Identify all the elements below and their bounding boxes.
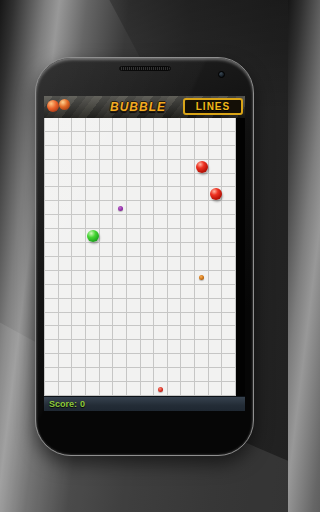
board-cell[interactable] (168, 118, 182, 132)
board-cell[interactable] (181, 313, 195, 327)
board-cell[interactable] (222, 368, 236, 382)
board-cell[interactable] (100, 299, 114, 313)
board-cell[interactable] (72, 174, 86, 188)
board-cell[interactable] (154, 299, 168, 313)
board-cell[interactable] (59, 174, 73, 188)
board-cell[interactable] (127, 340, 141, 354)
board-cell[interactable] (113, 299, 127, 313)
board-cell[interactable] (168, 313, 182, 327)
board-cell[interactable] (113, 229, 127, 243)
board-cell[interactable] (59, 160, 73, 174)
game-board[interactable] (44, 118, 236, 396)
red-ball-large[interactable] (196, 161, 208, 173)
board-cell[interactable] (45, 313, 59, 327)
board-cell[interactable] (141, 132, 155, 146)
board-cell[interactable] (113, 354, 127, 368)
board-cell[interactable] (86, 326, 100, 340)
board-cell[interactable] (72, 243, 86, 257)
board-cell[interactable] (72, 382, 86, 396)
board-cell[interactable] (86, 187, 100, 201)
board-cell[interactable] (72, 368, 86, 382)
board-cell[interactable] (127, 174, 141, 188)
board-cell[interactable] (72, 340, 86, 354)
board-cell[interactable] (222, 299, 236, 313)
board-cell[interactable] (141, 160, 155, 174)
board-cell[interactable] (127, 368, 141, 382)
board-cell[interactable] (181, 326, 195, 340)
board-cell[interactable] (59, 132, 73, 146)
board-cell[interactable] (195, 368, 209, 382)
board-cell[interactable] (86, 271, 100, 285)
board-cell[interactable] (168, 174, 182, 188)
board-cell[interactable] (113, 215, 127, 229)
board-cell[interactable] (141, 215, 155, 229)
board-cell[interactable] (181, 132, 195, 146)
board-cell[interactable] (127, 326, 141, 340)
board-cell[interactable] (72, 118, 86, 132)
board-cell[interactable] (72, 299, 86, 313)
board-cell[interactable] (181, 368, 195, 382)
board-cell[interactable] (209, 271, 223, 285)
board-cell[interactable] (100, 257, 114, 271)
board-cell[interactable] (100, 201, 114, 215)
board-cell[interactable] (168, 299, 182, 313)
board-cell[interactable] (100, 174, 114, 188)
board-cell[interactable] (195, 271, 209, 285)
board-cell[interactable] (181, 118, 195, 132)
board-cell[interactable] (195, 299, 209, 313)
red-ball-small[interactable] (158, 387, 163, 392)
score-bar: Score:0 (44, 396, 245, 411)
board-cell[interactable] (45, 340, 59, 354)
board-cell[interactable] (154, 146, 168, 160)
board-cell[interactable] (154, 313, 168, 327)
board-cell[interactable] (154, 271, 168, 285)
board-cell[interactable] (113, 132, 127, 146)
board-cell[interactable] (100, 326, 114, 340)
board-cell[interactable] (113, 243, 127, 257)
board-cell[interactable] (127, 215, 141, 229)
board-cell[interactable] (59, 285, 73, 299)
board-cell[interactable] (209, 285, 223, 299)
board-cell[interactable] (181, 243, 195, 257)
board-cell[interactable] (72, 160, 86, 174)
board-cell[interactable] (168, 215, 182, 229)
board-cell[interactable] (113, 118, 127, 132)
board-cell[interactable] (45, 215, 59, 229)
board-cell[interactable] (195, 132, 209, 146)
board-cell[interactable] (45, 299, 59, 313)
board-cell[interactable] (222, 160, 236, 174)
board-cell[interactable] (141, 243, 155, 257)
board-cell[interactable] (181, 215, 195, 229)
board-cell[interactable] (141, 285, 155, 299)
board-cell[interactable] (222, 229, 236, 243)
board-cell[interactable] (127, 313, 141, 327)
board-cell[interactable] (222, 243, 236, 257)
board-cell[interactable] (86, 257, 100, 271)
board-cell[interactable] (168, 326, 182, 340)
board-cell[interactable] (72, 132, 86, 146)
board-cell[interactable] (59, 326, 73, 340)
board-cell[interactable] (209, 313, 223, 327)
board-cell[interactable] (45, 243, 59, 257)
board-cell[interactable] (154, 174, 168, 188)
board-cell[interactable] (72, 313, 86, 327)
board-cell[interactable] (168, 382, 182, 396)
board-cell[interactable] (45, 368, 59, 382)
board-cell[interactable] (141, 174, 155, 188)
board-cell[interactable] (154, 201, 168, 215)
board-cell[interactable] (141, 326, 155, 340)
board-cell[interactable] (154, 257, 168, 271)
board-cell[interactable] (127, 118, 141, 132)
board-cell[interactable] (168, 187, 182, 201)
board-cell[interactable] (168, 243, 182, 257)
board-cell[interactable] (195, 326, 209, 340)
board-cell[interactable] (86, 201, 100, 215)
board-cell[interactable] (168, 132, 182, 146)
board-cell[interactable] (222, 174, 236, 188)
board-cell[interactable] (100, 313, 114, 327)
board-cell[interactable] (154, 326, 168, 340)
board-cell[interactable] (45, 174, 59, 188)
board-cell[interactable] (222, 354, 236, 368)
board-cell[interactable] (181, 271, 195, 285)
red-ball-large[interactable] (210, 188, 222, 200)
board-cell[interactable] (72, 354, 86, 368)
board-cell[interactable] (113, 201, 127, 215)
board-cell[interactable] (181, 285, 195, 299)
board-cell[interactable] (45, 146, 59, 160)
board-cell[interactable] (113, 271, 127, 285)
board-cell[interactable] (154, 354, 168, 368)
board-cell[interactable] (86, 118, 100, 132)
board-cell[interactable] (222, 215, 236, 229)
board-cell[interactable] (100, 229, 114, 243)
board-cell[interactable] (127, 354, 141, 368)
board-cell[interactable] (222, 326, 236, 340)
board-cell[interactable] (100, 368, 114, 382)
board-cell[interactable] (141, 201, 155, 215)
board-cell[interactable] (45, 285, 59, 299)
board-cell[interactable] (181, 354, 195, 368)
board-cell[interactable] (195, 229, 209, 243)
board-cell[interactable] (127, 146, 141, 160)
board-cell[interactable] (127, 382, 141, 396)
board-cell[interactable] (181, 174, 195, 188)
board-cell[interactable] (86, 243, 100, 257)
board-cell[interactable] (154, 340, 168, 354)
board-cell[interactable] (100, 382, 114, 396)
board-cell[interactable] (181, 229, 195, 243)
board-cell[interactable] (168, 285, 182, 299)
board-cell[interactable] (181, 257, 195, 271)
board-cell[interactable] (59, 313, 73, 327)
board-cell[interactable] (209, 174, 223, 188)
board-cell[interactable] (209, 299, 223, 313)
board-cell[interactable] (141, 368, 155, 382)
board-cell[interactable] (195, 354, 209, 368)
board-cell[interactable] (127, 201, 141, 215)
board-cell[interactable] (113, 174, 127, 188)
board-cell[interactable] (209, 160, 223, 174)
board-cell[interactable] (100, 340, 114, 354)
board-cell[interactable] (100, 271, 114, 285)
board-cell[interactable] (72, 229, 86, 243)
board-cell[interactable] (141, 340, 155, 354)
board-cell[interactable] (222, 118, 236, 132)
board-cell[interactable] (209, 354, 223, 368)
board-cell[interactable] (72, 257, 86, 271)
board-cell[interactable] (45, 201, 59, 215)
board-cell[interactable] (141, 229, 155, 243)
board-cell[interactable] (154, 285, 168, 299)
board-cell[interactable] (209, 326, 223, 340)
board-cell[interactable] (222, 132, 236, 146)
board-cell[interactable] (59, 146, 73, 160)
board-cell[interactable] (154, 215, 168, 229)
board-cell[interactable] (127, 299, 141, 313)
board-cell[interactable] (209, 187, 223, 201)
board-cell[interactable] (72, 285, 86, 299)
board-cell[interactable] (209, 215, 223, 229)
board-cell[interactable] (141, 146, 155, 160)
board-cell[interactable] (100, 285, 114, 299)
board-cell[interactable] (45, 160, 59, 174)
board-cell[interactable] (127, 229, 141, 243)
board-cell[interactable] (86, 285, 100, 299)
phone-frame: BUBBLE LINES Score:0 (35, 57, 254, 456)
title-lines: LINES (196, 101, 230, 112)
board-cell[interactable] (168, 257, 182, 271)
speaker-grille-icon (119, 66, 171, 71)
board-cell[interactable] (141, 257, 155, 271)
board-cell[interactable] (181, 160, 195, 174)
board-cell[interactable] (195, 215, 209, 229)
board-cell[interactable] (45, 229, 59, 243)
board-cell[interactable] (113, 146, 127, 160)
board-cell[interactable] (209, 243, 223, 257)
board-cell[interactable] (168, 340, 182, 354)
board-cell[interactable] (195, 160, 209, 174)
board-cell[interactable] (59, 382, 73, 396)
board-cell[interactable] (127, 271, 141, 285)
board-cell[interactable] (113, 368, 127, 382)
board-cell[interactable] (59, 368, 73, 382)
board-cell[interactable] (181, 201, 195, 215)
board-cell[interactable] (195, 146, 209, 160)
board-cell[interactable] (154, 132, 168, 146)
board-cell[interactable] (113, 340, 127, 354)
score-text: Score:0 (44, 399, 85, 409)
board-cell[interactable] (127, 187, 141, 201)
logo-bubble-icon (59, 99, 70, 110)
board-cell[interactable] (195, 257, 209, 271)
board-cell[interactable] (86, 368, 100, 382)
board-cell[interactable] (154, 160, 168, 174)
board-cell[interactable] (209, 382, 223, 396)
board-cell[interactable] (195, 243, 209, 257)
board-cell[interactable] (181, 340, 195, 354)
board-cell[interactable] (100, 215, 114, 229)
board-cell[interactable] (86, 146, 100, 160)
board-cell[interactable] (113, 187, 127, 201)
board-cell[interactable] (127, 132, 141, 146)
board-cell[interactable] (45, 187, 59, 201)
board-cell[interactable] (209, 146, 223, 160)
board-cell[interactable] (72, 215, 86, 229)
board-cell[interactable] (209, 118, 223, 132)
board-cell[interactable] (222, 382, 236, 396)
board-cell[interactable] (222, 257, 236, 271)
board-cell[interactable] (195, 313, 209, 327)
board-cell[interactable] (113, 160, 127, 174)
orange-ball-small[interactable] (199, 275, 204, 280)
purple-ball-small[interactable] (118, 206, 123, 211)
board-cell[interactable] (113, 285, 127, 299)
board-cell[interactable] (168, 201, 182, 215)
board-cell[interactable] (59, 118, 73, 132)
board-cell[interactable] (45, 326, 59, 340)
board-cell[interactable] (72, 201, 86, 215)
board-cell[interactable] (222, 187, 236, 201)
board-cell[interactable] (59, 201, 73, 215)
board-cell[interactable] (209, 201, 223, 215)
board-cell[interactable] (72, 187, 86, 201)
board-cell[interactable] (45, 354, 59, 368)
board-cell[interactable] (59, 299, 73, 313)
board-cell[interactable] (45, 382, 59, 396)
board-cell[interactable] (209, 257, 223, 271)
game-screen: BUBBLE LINES Score:0 (44, 96, 245, 411)
board-cell[interactable] (222, 313, 236, 327)
board-cell[interactable] (195, 285, 209, 299)
front-camera-icon (218, 71, 225, 78)
board-cell[interactable] (154, 368, 168, 382)
board-cell[interactable] (45, 271, 59, 285)
board-cell[interactable] (45, 132, 59, 146)
board-cell[interactable] (141, 382, 155, 396)
board-cell[interactable] (100, 160, 114, 174)
board-cell[interactable] (100, 118, 114, 132)
board-cell[interactable] (72, 146, 86, 160)
board-cell[interactable] (154, 187, 168, 201)
board-cell[interactable] (59, 215, 73, 229)
board-cell[interactable] (86, 215, 100, 229)
board-cell[interactable] (100, 243, 114, 257)
board-cell[interactable] (222, 271, 236, 285)
board-cell[interactable] (59, 243, 73, 257)
board-cell[interactable] (181, 299, 195, 313)
board-cell[interactable] (100, 132, 114, 146)
board-cell[interactable] (72, 271, 86, 285)
board-cell[interactable] (113, 326, 127, 340)
board-cell[interactable] (195, 118, 209, 132)
board-cell[interactable] (209, 340, 223, 354)
board-cell[interactable] (86, 229, 100, 243)
board-cell[interactable] (86, 354, 100, 368)
board-cell[interactable] (59, 229, 73, 243)
board-cell[interactable] (181, 187, 195, 201)
board-cell[interactable] (59, 354, 73, 368)
board-cell[interactable] (168, 229, 182, 243)
board-cell[interactable] (86, 382, 100, 396)
board-cell[interactable] (154, 118, 168, 132)
board-cell[interactable] (195, 382, 209, 396)
board-cell[interactable] (168, 368, 182, 382)
board-cell[interactable] (168, 354, 182, 368)
board-cell[interactable] (127, 160, 141, 174)
board-cell[interactable] (195, 340, 209, 354)
board-cell[interactable] (141, 299, 155, 313)
board-cell[interactable] (209, 132, 223, 146)
board-cell[interactable] (59, 257, 73, 271)
board-cell[interactable] (154, 243, 168, 257)
board-cell[interactable] (100, 187, 114, 201)
board-cell[interactable] (168, 146, 182, 160)
board-cell[interactable] (181, 382, 195, 396)
board-cell[interactable] (209, 229, 223, 243)
board-cell[interactable] (209, 368, 223, 382)
board-cell[interactable] (222, 340, 236, 354)
board-cell[interactable] (168, 160, 182, 174)
board-cell[interactable] (86, 132, 100, 146)
board-cell[interactable] (141, 354, 155, 368)
board-cell[interactable] (113, 382, 127, 396)
board-cell[interactable] (86, 313, 100, 327)
board-cell[interactable] (141, 271, 155, 285)
score-value: 0 (80, 399, 85, 409)
logo-bubble-icon (47, 100, 59, 112)
title-lines-box: LINES (183, 98, 243, 115)
board-cell[interactable] (141, 313, 155, 327)
board-cell[interactable] (113, 313, 127, 327)
score-label: Score: (49, 399, 77, 409)
board-cell[interactable] (45, 118, 59, 132)
board-cell[interactable] (181, 146, 195, 160)
board-cell[interactable] (195, 187, 209, 201)
board-cell[interactable] (100, 354, 114, 368)
board-cell[interactable] (222, 146, 236, 160)
board-cell[interactable] (195, 174, 209, 188)
board-cell[interactable] (59, 271, 73, 285)
board-cell[interactable] (113, 257, 127, 271)
board-area (44, 118, 245, 396)
board-cell[interactable] (154, 229, 168, 243)
board-cell[interactable] (168, 271, 182, 285)
board-cell[interactable] (100, 146, 114, 160)
board-cell[interactable] (86, 160, 100, 174)
board-cell[interactable] (127, 257, 141, 271)
board-cell[interactable] (86, 299, 100, 313)
board-cell[interactable] (86, 174, 100, 188)
board-cell[interactable] (127, 285, 141, 299)
board-cell[interactable] (195, 201, 209, 215)
board-cell[interactable] (154, 382, 168, 396)
board-cell[interactable] (45, 257, 59, 271)
board-cell[interactable] (72, 326, 86, 340)
board-cell[interactable] (86, 340, 100, 354)
board-cell[interactable] (141, 187, 155, 201)
board-cell[interactable] (222, 285, 236, 299)
board-cell[interactable] (59, 187, 73, 201)
board-cell[interactable] (59, 340, 73, 354)
board-cell[interactable] (127, 243, 141, 257)
green-ball-large[interactable] (87, 230, 99, 242)
board-cell[interactable] (141, 118, 155, 132)
board-cell[interactable] (222, 201, 236, 215)
